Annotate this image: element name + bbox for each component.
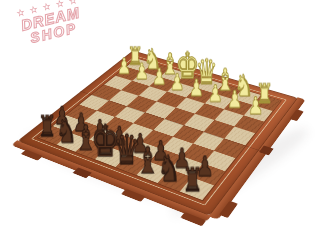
product-photo: ★ ★ ★ ★ ★ DREAM SHOP ♜♞♝♚♛♝♞♜♟♟♟♟♟♟♟♟♟♟♟… <box>0 0 320 226</box>
scene: ♜♞♝♚♛♝♞♜♟♟♟♟♟♟♟♟♟♟♟♟♟♟♟♟♜♞♝♚♛♝♞♜ <box>0 0 320 226</box>
piece-black-rook: ♜ <box>174 164 211 196</box>
chess-board: ♜♞♝♚♛♝♞♜♟♟♟♟♟♟♟♟♟♟♟♟♟♟♟♟♜♞♝♚♛♝♞♜ <box>17 51 298 216</box>
piece-white-pawn: ♟ <box>240 94 272 118</box>
